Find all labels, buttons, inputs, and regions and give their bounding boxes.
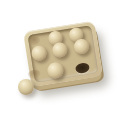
cell-r1-c1[interactable] bbox=[49, 41, 72, 59]
product-photo-stage bbox=[0, 0, 120, 120]
wooden-ball[interactable] bbox=[31, 45, 48, 62]
wooden-ball[interactable] bbox=[73, 38, 90, 55]
cell-r1-c2[interactable] bbox=[70, 37, 93, 55]
cell-r2-c2[interactable] bbox=[71, 57, 95, 80]
empty-recess bbox=[27, 68, 41, 79]
wooden-tray bbox=[23, 21, 103, 88]
cell-r2-c1[interactable] bbox=[43, 59, 67, 82]
board-grid bbox=[28, 25, 99, 82]
through-hole bbox=[75, 62, 90, 74]
wooden-ball[interactable] bbox=[46, 61, 64, 79]
wooden-ball-loose[interactable] bbox=[18, 79, 34, 95]
wooden-ball[interactable] bbox=[52, 41, 69, 58]
cell-r1-c0[interactable] bbox=[28, 44, 51, 62]
